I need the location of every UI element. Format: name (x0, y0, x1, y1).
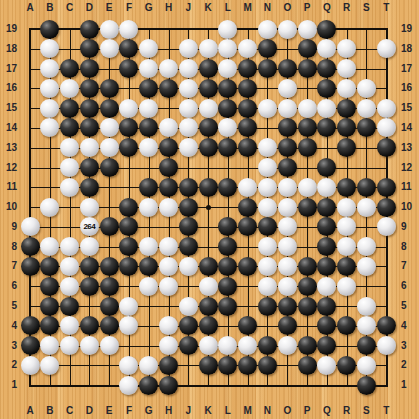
move-number-label: 264 (80, 222, 99, 231)
black-stone (100, 257, 119, 276)
black-stone (278, 297, 297, 316)
black-stone (80, 20, 99, 39)
black-stone (139, 376, 158, 395)
black-stone (258, 59, 277, 78)
white-stone (119, 376, 138, 395)
white-stone (199, 39, 218, 58)
black-stone (199, 138, 218, 157)
white-stone (179, 297, 198, 316)
black-stone (199, 356, 218, 375)
white-stone (377, 336, 396, 355)
black-stone (21, 237, 40, 256)
column-label-bottom: A (23, 405, 37, 417)
black-stone (298, 277, 317, 296)
row-label-left: 18 (0, 43, 17, 55)
white-stone (100, 39, 119, 58)
black-stone (100, 316, 119, 335)
black-stone (298, 257, 317, 276)
white-stone (377, 99, 396, 118)
column-label-bottom: N (260, 405, 274, 417)
black-stone (298, 198, 317, 217)
row-label-right: 7 (401, 260, 418, 272)
white-stone (199, 99, 218, 118)
row-label-left: 4 (0, 320, 17, 332)
black-stone (80, 277, 99, 296)
column-label-top: M (241, 2, 255, 14)
black-stone (298, 39, 317, 58)
white-stone (40, 79, 59, 98)
black-stone (60, 99, 79, 118)
white-stone (100, 138, 119, 157)
white-stone (179, 59, 198, 78)
white-stone (40, 99, 59, 118)
row-label-right: 14 (401, 122, 418, 134)
black-stone (179, 198, 198, 217)
row-label-right: 12 (401, 162, 418, 174)
go-board-screen: AABBCCDDEEFFGGHHJJKKLLMMNNOOPPQQRRSSTT19… (0, 0, 419, 419)
white-stone (258, 277, 277, 296)
row-label-right: 18 (401, 43, 418, 55)
row-label-left: 19 (0, 23, 17, 35)
column-label-top: O (280, 2, 294, 14)
row-label-left: 12 (0, 162, 17, 174)
white-stone (60, 277, 79, 296)
white-stone (337, 277, 356, 296)
black-stone (298, 138, 317, 157)
column-label-top: R (340, 2, 354, 14)
row-label-left: 6 (0, 280, 17, 292)
white-stone (119, 297, 138, 316)
black-stone (100, 79, 119, 98)
black-stone (159, 356, 178, 375)
white-stone (317, 99, 336, 118)
black-stone (21, 316, 40, 335)
row-label-left: 13 (0, 142, 17, 154)
column-label-top: C (63, 2, 77, 14)
black-stone (238, 79, 257, 98)
black-stone (80, 39, 99, 58)
row-label-right: 1 (401, 379, 418, 391)
black-stone (139, 79, 158, 98)
row-label-left: 15 (0, 102, 17, 114)
black-stone (100, 297, 119, 316)
column-label-bottom: F (122, 405, 136, 417)
white-stone (159, 257, 178, 276)
white-stone (80, 336, 99, 355)
column-label-top: L (221, 2, 235, 14)
column-label-top: A (23, 2, 37, 14)
white-stone (199, 336, 218, 355)
white-stone (357, 257, 376, 276)
white-stone (278, 277, 297, 296)
white-stone (119, 99, 138, 118)
column-label-top: D (82, 2, 96, 14)
column-label-bottom: C (63, 405, 77, 417)
row-label-left: 7 (0, 260, 17, 272)
black-stone (298, 297, 317, 316)
white-stone (60, 257, 79, 276)
white-stone (258, 20, 277, 39)
white-stone (298, 178, 317, 197)
black-stone (80, 99, 99, 118)
row-label-right: 17 (401, 63, 418, 75)
black-stone (60, 297, 79, 316)
white-stone (357, 237, 376, 256)
white-stone (179, 99, 198, 118)
column-label-bottom: S (359, 405, 373, 417)
black-stone (357, 376, 376, 395)
black-stone (179, 178, 198, 197)
black-stone (278, 138, 297, 157)
white-stone (159, 59, 178, 78)
white-stone (278, 198, 297, 217)
black-stone (337, 356, 356, 375)
black-stone (218, 297, 237, 316)
black-stone (298, 336, 317, 355)
white-stone (60, 158, 79, 177)
black-stone (21, 336, 40, 355)
black-stone (159, 158, 178, 177)
black-stone (377, 316, 396, 335)
row-label-left: 2 (0, 359, 17, 371)
white-stone (119, 20, 138, 39)
black-stone (159, 79, 178, 98)
column-label-top: S (359, 2, 373, 14)
white-stone (60, 79, 79, 98)
black-stone (199, 59, 218, 78)
black-stone (100, 158, 119, 177)
row-label-left: 9 (0, 221, 17, 233)
row-label-right: 13 (401, 142, 418, 154)
column-label-top: P (300, 2, 314, 14)
black-stone (199, 178, 218, 197)
white-stone (159, 277, 178, 296)
white-stone (179, 39, 198, 58)
white-stone (199, 277, 218, 296)
column-label-top: F (122, 2, 136, 14)
white-stone (100, 336, 119, 355)
black-stone (377, 198, 396, 217)
column-label-top: Q (320, 2, 334, 14)
row-label-right: 16 (401, 82, 418, 94)
black-stone (159, 376, 178, 395)
black-stone (258, 297, 277, 316)
white-stone (80, 198, 99, 217)
row-label-left: 11 (0, 181, 17, 193)
white-stone (278, 20, 297, 39)
black-stone (100, 217, 119, 236)
black-stone (238, 99, 257, 118)
black-stone (317, 297, 336, 316)
white-stone (100, 20, 119, 39)
column-label-bottom: O (280, 405, 294, 417)
white-stone (258, 178, 277, 197)
black-stone (199, 118, 218, 137)
white-stone (278, 336, 297, 355)
white-stone (337, 79, 356, 98)
column-label-top: E (102, 2, 116, 14)
black-stone (139, 178, 158, 197)
black-stone (40, 297, 59, 316)
column-label-bottom: R (340, 405, 354, 417)
white-stone (139, 277, 158, 296)
white-stone (258, 257, 277, 276)
white-stone (21, 217, 40, 236)
black-stone (317, 20, 336, 39)
black-stone (317, 198, 336, 217)
column-label-top: T (379, 2, 393, 14)
white-stone (278, 257, 297, 276)
white-stone (139, 99, 158, 118)
black-stone (278, 158, 297, 177)
column-label-top: G (142, 2, 156, 14)
black-stone (337, 99, 356, 118)
black-stone (238, 356, 257, 375)
black-stone (80, 178, 99, 197)
column-label-bottom: K (201, 405, 215, 417)
row-label-left: 3 (0, 340, 17, 352)
white-stone (100, 118, 119, 137)
black-stone (199, 257, 218, 276)
black-stone (218, 99, 237, 118)
black-stone (337, 257, 356, 276)
white-stone (377, 39, 396, 58)
column-label-bottom: B (43, 405, 57, 417)
black-stone (80, 79, 99, 98)
row-label-right: 8 (401, 241, 418, 253)
black-stone (238, 198, 257, 217)
column-label-bottom: P (300, 405, 314, 417)
white-stone (298, 20, 317, 39)
column-label-top: B (43, 2, 57, 14)
white-stone (159, 336, 178, 355)
black-stone (278, 59, 297, 78)
row-label-right: 3 (401, 340, 418, 352)
white-stone (238, 178, 257, 197)
black-stone (357, 336, 376, 355)
white-stone (21, 356, 40, 375)
column-label-top: K (201, 2, 215, 14)
black-stone (337, 178, 356, 197)
white-stone (80, 237, 99, 256)
column-label-bottom: M (241, 405, 255, 417)
row-label-right: 11 (401, 181, 418, 193)
white-stone (258, 198, 277, 217)
black-stone (40, 277, 59, 296)
column-label-bottom: E (102, 405, 116, 417)
white-stone (337, 198, 356, 217)
row-label-right: 5 (401, 300, 418, 312)
white-stone (258, 99, 277, 118)
black-stone (119, 198, 138, 217)
column-label-top: H (162, 2, 176, 14)
row-label-left: 5 (0, 300, 17, 312)
white-stone (357, 356, 376, 375)
black-stone (80, 59, 99, 78)
white-stone (278, 79, 297, 98)
white-stone (159, 198, 178, 217)
column-label-bottom: T (379, 405, 393, 417)
white-stone (357, 297, 376, 316)
black-stone (21, 257, 40, 276)
column-label-bottom: Q (320, 405, 334, 417)
black-stone (258, 356, 277, 375)
column-label-bottom: G (142, 405, 156, 417)
white-stone (80, 138, 99, 157)
row-label-left: 14 (0, 122, 17, 134)
black-stone (80, 257, 99, 276)
black-stone (40, 20, 59, 39)
black-stone (179, 336, 198, 355)
column-label-bottom: H (162, 405, 176, 417)
black-stone (199, 297, 218, 316)
black-stone (179, 237, 198, 256)
row-label-right: 2 (401, 359, 418, 371)
row-label-left: 8 (0, 241, 17, 253)
row-label-right: 6 (401, 280, 418, 292)
white-stone (278, 99, 297, 118)
white-stone (179, 79, 198, 98)
white-stone (357, 99, 376, 118)
white-stone (40, 198, 59, 217)
row-label-left: 10 (0, 201, 17, 213)
white-stone (258, 158, 277, 177)
column-label-bottom: D (82, 405, 96, 417)
white-stone (377, 217, 396, 236)
column-label-top: J (181, 2, 195, 14)
column-label-bottom: L (221, 405, 235, 417)
white-stone (139, 198, 158, 217)
white-stone (298, 99, 317, 118)
black-stone (377, 138, 396, 157)
black-stone (357, 178, 376, 197)
black-stone (278, 316, 297, 335)
white-stone (179, 257, 198, 276)
star-point (206, 205, 211, 210)
white-stone (377, 118, 396, 137)
white-stone (179, 138, 198, 157)
white-stone (278, 237, 297, 256)
white-stone (357, 79, 376, 98)
black-stone (199, 79, 218, 98)
black-stone (100, 99, 119, 118)
black-stone (377, 178, 396, 197)
black-stone (298, 59, 317, 78)
row-label-right: 15 (401, 102, 418, 114)
white-stone (60, 178, 79, 197)
white-stone (218, 20, 237, 39)
row-label-right: 19 (401, 23, 418, 35)
column-label-bottom: J (181, 405, 195, 417)
black-stone (80, 158, 99, 177)
column-label-top: N (260, 2, 274, 14)
row-label-right: 4 (401, 320, 418, 332)
black-stone (100, 277, 119, 296)
black-stone (159, 178, 178, 197)
row-label-left: 16 (0, 82, 17, 94)
white-stone (357, 198, 376, 217)
black-stone (258, 336, 277, 355)
white-stone (317, 277, 336, 296)
black-stone (199, 316, 218, 335)
row-label-left: 1 (0, 379, 17, 391)
black-stone (298, 118, 317, 137)
row-label-right: 9 (401, 221, 418, 233)
black-stone (298, 356, 317, 375)
row-label-right: 10 (401, 201, 418, 213)
white-stone (278, 178, 297, 197)
row-label-left: 17 (0, 63, 17, 75)
